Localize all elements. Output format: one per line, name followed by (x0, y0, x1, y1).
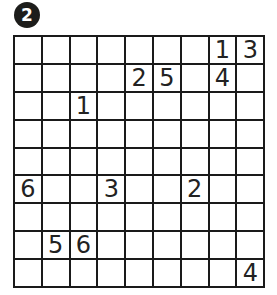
grid-cell[interactable] (126, 204, 152, 230)
grid-cell[interactable] (98, 204, 124, 230)
grid-cell[interactable] (98, 232, 124, 258)
grid-cell[interactable] (43, 149, 69, 175)
grid-cell[interactable] (98, 93, 124, 119)
grid-cell[interactable]: 2 (182, 176, 208, 202)
grid-cell[interactable] (15, 149, 41, 175)
grid-cell[interactable] (43, 121, 69, 147)
grid-cell[interactable] (126, 121, 152, 147)
grid-cell[interactable] (154, 260, 180, 286)
grid-cell[interactable]: 4 (210, 65, 236, 91)
grid-cell[interactable] (237, 232, 263, 258)
grid-cell[interactable] (154, 176, 180, 202)
grid-cell[interactable] (210, 93, 236, 119)
puzzle-grid: 132541632564 (13, 35, 265, 288)
grid-cell[interactable] (98, 260, 124, 286)
grid-cell[interactable] (43, 176, 69, 202)
grid-cell[interactable] (126, 149, 152, 175)
grid-cell[interactable]: 1 (71, 93, 97, 119)
grid-cell[interactable] (237, 121, 263, 147)
grid-cell[interactable] (154, 149, 180, 175)
grid-cell[interactable] (126, 93, 152, 119)
grid-cell[interactable] (15, 204, 41, 230)
grid-cell[interactable] (210, 260, 236, 286)
grid-cell[interactable] (43, 93, 69, 119)
grid-cell[interactable] (237, 93, 263, 119)
grid-cell[interactable] (182, 93, 208, 119)
grid-cell[interactable] (154, 121, 180, 147)
grid-cell[interactable] (182, 121, 208, 147)
grid-cell[interactable] (71, 260, 97, 286)
grid-cell[interactable] (237, 149, 263, 175)
grid-cell[interactable] (182, 149, 208, 175)
grid-cell[interactable] (126, 260, 152, 286)
grid-cell[interactable] (182, 65, 208, 91)
grid-cell[interactable] (182, 204, 208, 230)
grid-cell[interactable]: 4 (237, 260, 263, 286)
grid-cell[interactable] (43, 65, 69, 91)
grid-cell[interactable] (71, 65, 97, 91)
grid-cell[interactable]: 3 (98, 176, 124, 202)
grid-cell[interactable] (210, 149, 236, 175)
grid-cell[interactable] (154, 37, 180, 63)
grid-cell[interactable] (210, 121, 236, 147)
grid-cell[interactable] (71, 37, 97, 63)
grid-cell[interactable]: 2 (126, 65, 152, 91)
grid-cell[interactable] (182, 260, 208, 286)
grid-cell[interactable] (154, 93, 180, 119)
puzzle-page: 2 132541632564 (0, 0, 277, 295)
grid-cell[interactable]: 3 (237, 37, 263, 63)
grid-cell[interactable] (15, 37, 41, 63)
grid-cell[interactable] (98, 65, 124, 91)
grid-cell[interactable] (71, 204, 97, 230)
grid-cell[interactable] (126, 232, 152, 258)
grid-cell[interactable]: 6 (15, 176, 41, 202)
grid-cell[interactable] (237, 176, 263, 202)
grid-cell[interactable]: 5 (154, 65, 180, 91)
grid-cell[interactable] (210, 232, 236, 258)
grid-cell[interactable] (43, 204, 69, 230)
grid-cell[interactable] (98, 37, 124, 63)
grid-cell[interactable] (98, 121, 124, 147)
grid-cell[interactable] (15, 65, 41, 91)
grid-cell[interactable] (71, 149, 97, 175)
grid-cell[interactable] (126, 37, 152, 63)
grid-cell[interactable]: 1 (210, 37, 236, 63)
puzzle-number-badge: 2 (14, 2, 40, 28)
grid-cell[interactable] (98, 149, 124, 175)
grid-cell[interactable] (237, 204, 263, 230)
grid-cell[interactable] (71, 176, 97, 202)
grid-cell[interactable] (43, 260, 69, 286)
grid-cell[interactable] (210, 204, 236, 230)
grid-cell[interactable] (15, 93, 41, 119)
grid-cell[interactable] (15, 232, 41, 258)
grid-cell[interactable] (237, 65, 263, 91)
grid-cell[interactable] (154, 204, 180, 230)
grid-cell[interactable] (15, 121, 41, 147)
grid-cell[interactable] (126, 176, 152, 202)
grid-cell[interactable] (182, 232, 208, 258)
grid-cell[interactable] (71, 121, 97, 147)
grid-cell[interactable] (210, 176, 236, 202)
grid-cell[interactable] (154, 232, 180, 258)
grid-cell[interactable] (15, 260, 41, 286)
grid-cell[interactable] (182, 37, 208, 63)
grid-cell[interactable]: 5 (43, 232, 69, 258)
grid-cell[interactable] (43, 37, 69, 63)
grid-cell[interactable]: 6 (71, 232, 97, 258)
